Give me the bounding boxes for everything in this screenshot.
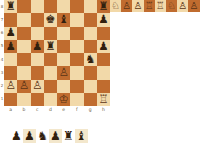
square-b7[interactable] [17, 13, 30, 26]
square-c1[interactable] [31, 93, 44, 106]
square-e1[interactable]: ♔ [57, 93, 70, 106]
captured-tile-black-rook[interactable]: ♜ [62, 129, 75, 143]
square-a6[interactable]: ♟ [4, 27, 17, 40]
square-b4[interactable] [17, 53, 30, 66]
square-d6[interactable] [44, 27, 57, 40]
square-h4[interactable] [97, 53, 110, 66]
file-labels: abcdefgh [4, 106, 110, 113]
square-a1[interactable] [4, 93, 17, 106]
piece-white-pawn: ♙ [178, 1, 187, 11]
square-a8[interactable]: ♜ [4, 0, 17, 13]
square-f6[interactable] [70, 27, 83, 40]
square-a7[interactable] [4, 13, 17, 26]
board: ♜♜♚♝♟♟♟♟♜♟♞♙♙♙♙♔♖ [4, 0, 110, 106]
square-b2[interactable]: ♙ [17, 80, 30, 93]
square-h7[interactable]: ♟ [97, 13, 110, 26]
piece-black-pawn[interactable]: ♟ [5, 27, 15, 39]
square-e5[interactable] [57, 40, 70, 53]
square-c8[interactable] [31, 0, 44, 13]
piece-white-pawn[interactable]: ♙ [32, 80, 42, 92]
piece-white-knight: ♘ [111, 1, 120, 11]
piece-white-pawn: ♙ [122, 1, 131, 11]
piece-black-pawn: ♟ [11, 130, 22, 142]
square-b6[interactable] [17, 27, 30, 40]
piece-white-king[interactable]: ♔ [58, 93, 68, 105]
square-f5[interactable] [70, 40, 83, 53]
captured-tile-white-knight[interactable]: ♘ [110, 0, 121, 12]
square-e6[interactable] [57, 27, 70, 40]
captured-tile-white-pawn[interactable]: ♙ [188, 0, 199, 12]
captured-tile-white-rook[interactable]: ♖ [155, 0, 166, 12]
square-a5[interactable]: ♟ [4, 40, 17, 53]
square-h1[interactable]: ♖ [97, 93, 110, 106]
square-h8[interactable]: ♜ [97, 0, 110, 13]
file-label-a: a [4, 106, 17, 113]
file-label-d: d [44, 106, 57, 113]
piece-black-knight[interactable]: ♞ [85, 53, 95, 65]
square-f4[interactable] [70, 53, 83, 66]
square-g8[interactable] [84, 0, 97, 13]
file-label-f: f [70, 106, 83, 113]
square-g7[interactable] [84, 13, 97, 26]
captured-tile-black-pawn[interactable]: ♟ [10, 129, 23, 143]
piece-black-pawn: ♟ [50, 130, 61, 142]
piece-white-pawn: ♙ [133, 1, 142, 11]
file-label-b: b [17, 106, 30, 113]
square-f3[interactable] [70, 66, 83, 79]
square-e2[interactable] [57, 80, 70, 93]
piece-black-pawn[interactable]: ♟ [98, 40, 108, 52]
piece-black-bishop[interactable]: ♝ [58, 14, 68, 26]
piece-black-pawn[interactable]: ♟ [5, 40, 15, 52]
square-c3[interactable] [31, 66, 44, 79]
square-b8[interactable] [17, 0, 30, 13]
piece-white-knight: ♘ [167, 1, 176, 11]
piece-black-rook: ♜ [63, 130, 74, 142]
square-b3[interactable] [17, 66, 30, 79]
square-g6[interactable] [84, 27, 97, 40]
square-d3[interactable] [44, 66, 57, 79]
piece-black-king[interactable]: ♚ [45, 14, 55, 26]
captured-white-tray: ♘♙♙♖♖♘♙♙♖ [110, 0, 200, 12]
square-e7[interactable]: ♝ [57, 13, 70, 26]
square-f1[interactable] [70, 93, 83, 106]
piece-white-rook: ♖ [156, 1, 165, 11]
square-e4[interactable] [57, 53, 70, 66]
piece-white-rook[interactable]: ♖ [98, 93, 108, 105]
square-c4[interactable] [31, 53, 44, 66]
captured-tile-black-knight[interactable]: ♞ [36, 129, 49, 143]
square-e3[interactable]: ♙ [57, 66, 70, 79]
captured-tile-white-pawn[interactable]: ♙ [132, 0, 143, 12]
square-d1[interactable] [44, 93, 57, 106]
captured-tile-white-pawn[interactable]: ♙ [177, 0, 188, 12]
square-d8[interactable] [44, 0, 57, 13]
square-d4[interactable] [44, 53, 57, 66]
piece-black-rook[interactable]: ♜ [5, 0, 15, 12]
square-f7[interactable] [70, 13, 83, 26]
piece-black-pawn[interactable]: ♟ [98, 14, 108, 26]
captured-tile-white-rook[interactable]: ♖ [144, 0, 155, 12]
square-g3[interactable] [84, 66, 97, 79]
square-c7[interactable] [31, 13, 44, 26]
square-f8[interactable] [70, 0, 83, 13]
captured-tile-white-knight[interactable]: ♘ [166, 0, 177, 12]
piece-white-pawn[interactable]: ♙ [58, 67, 68, 79]
square-b1[interactable] [17, 93, 30, 106]
square-a2[interactable]: ♙ [4, 80, 17, 93]
piece-black-pawn[interactable]: ♟ [32, 40, 42, 52]
square-g5[interactable] [84, 40, 97, 53]
square-c5[interactable]: ♟ [31, 40, 44, 53]
piece-black-bishop: ♝ [76, 130, 87, 142]
piece-black-knight: ♞ [37, 130, 48, 142]
square-h6[interactable] [97, 27, 110, 40]
file-label-e: e [57, 106, 70, 113]
captured-tile-black-bishop[interactable]: ♝ [75, 129, 88, 143]
piece-white-pawn[interactable]: ♙ [5, 80, 15, 92]
square-a3[interactable] [4, 66, 17, 79]
captured-tile-black-pawn[interactable]: ♟ [23, 129, 36, 143]
file-label-g: g [84, 106, 97, 113]
square-g2[interactable] [84, 80, 97, 93]
square-g1[interactable] [84, 93, 97, 106]
square-c2[interactable]: ♙ [31, 80, 44, 93]
piece-black-rook[interactable]: ♜ [98, 0, 108, 12]
square-d7[interactable]: ♚ [44, 13, 57, 26]
captured-tile-black-pawn[interactable]: ♟ [49, 129, 62, 143]
file-label-h: h [97, 106, 110, 113]
file-label-c: c [31, 106, 44, 113]
square-d2[interactable] [44, 80, 57, 93]
square-f2[interactable] [70, 80, 83, 93]
piece-white-pawn: ♙ [189, 1, 198, 11]
square-h5[interactable]: ♟ [97, 40, 110, 53]
captured-tile-white-rook[interactable]: ♖ [200, 0, 201, 12]
piece-black-pawn: ♟ [24, 130, 35, 142]
captured-tile-white-pawn[interactable]: ♙ [121, 0, 132, 12]
piece-white-rook: ♖ [145, 1, 154, 11]
square-a4[interactable] [4, 53, 17, 66]
square-h3[interactable] [97, 66, 110, 79]
square-b5[interactable] [17, 40, 30, 53]
square-e8[interactable] [57, 0, 70, 13]
piece-white-pawn[interactable]: ♙ [19, 80, 29, 92]
piece-black-rook[interactable]: ♜ [45, 40, 55, 52]
square-g4[interactable]: ♞ [84, 53, 97, 66]
square-c6[interactable] [31, 27, 44, 40]
square-d5[interactable]: ♜ [44, 40, 57, 53]
captured-black-tray: ♟♟♞♟♜♝ [10, 129, 88, 143]
square-h2[interactable] [97, 80, 110, 93]
